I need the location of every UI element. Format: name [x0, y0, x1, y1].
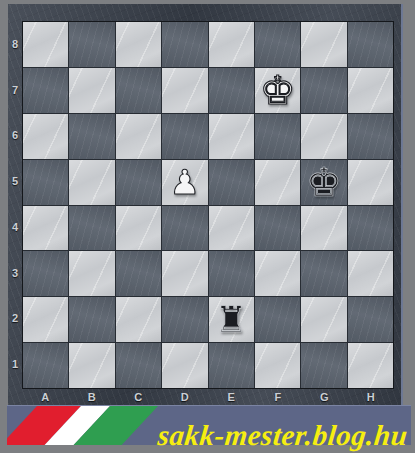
file-label-h: H	[348, 388, 395, 405]
square-d4	[162, 206, 207, 251]
file-label-g: G	[301, 388, 348, 405]
square-d8	[162, 22, 207, 67]
square-c5	[116, 160, 161, 205]
square-e3	[209, 251, 254, 296]
square-g3	[301, 251, 346, 296]
site-watermark: sakk-mester.blog.hu	[157, 419, 410, 452]
square-e1	[209, 343, 254, 388]
square-f2	[255, 297, 300, 342]
square-h7	[348, 68, 393, 113]
footer-banner: sakk-mester.blog.hu	[7, 405, 411, 445]
white-pawn-d5: ♟	[170, 165, 200, 199]
black-rook-e2: ♜	[215, 302, 247, 338]
file-label-f: F	[255, 388, 302, 405]
square-h5	[348, 160, 393, 205]
square-f4	[255, 206, 300, 251]
square-b1	[69, 343, 114, 388]
square-b5	[69, 160, 114, 205]
square-b7	[69, 68, 114, 113]
square-b3	[69, 251, 114, 296]
square-a3	[23, 251, 68, 296]
square-e2: ♜	[209, 297, 254, 342]
file-label-a: A	[22, 388, 69, 405]
rank-label-6: 6	[8, 113, 22, 159]
square-h6	[348, 114, 393, 159]
square-d5: ♟	[162, 160, 207, 205]
square-b4	[69, 206, 114, 251]
square-b6	[69, 114, 114, 159]
file-label-c: C	[115, 388, 162, 405]
square-f6	[255, 114, 300, 159]
rank-label-8: 8	[8, 21, 22, 67]
square-h2	[348, 297, 393, 342]
square-g8	[301, 22, 346, 67]
rank-label-4: 4	[8, 204, 22, 250]
square-g5: ♚	[301, 160, 346, 205]
square-e7	[209, 68, 254, 113]
file-label-e: E	[208, 388, 255, 405]
square-f1	[255, 343, 300, 388]
file-labels: ABCDEFGH	[22, 388, 394, 405]
square-a8	[23, 22, 68, 67]
rank-label-7: 7	[8, 67, 22, 113]
square-c8	[116, 22, 161, 67]
file-label-b: B	[69, 388, 116, 405]
rank-label-5: 5	[8, 158, 22, 204]
square-c4	[116, 206, 161, 251]
square-c2	[116, 297, 161, 342]
square-d1	[162, 343, 207, 388]
square-f7: ♚	[255, 68, 300, 113]
white-king-f7: ♚	[260, 70, 296, 110]
square-g2	[301, 297, 346, 342]
square-c6	[116, 114, 161, 159]
flag-stripes	[7, 406, 158, 445]
square-g7	[301, 68, 346, 113]
square-g1	[301, 343, 346, 388]
square-a5	[23, 160, 68, 205]
rank-label-1: 1	[8, 341, 22, 387]
square-h8	[348, 22, 393, 67]
square-h3	[348, 251, 393, 296]
square-a4	[23, 206, 68, 251]
square-a2	[23, 297, 68, 342]
square-e4	[209, 206, 254, 251]
square-c7	[116, 68, 161, 113]
square-f8	[255, 22, 300, 67]
rank-label-2: 2	[8, 296, 22, 342]
square-e5	[209, 160, 254, 205]
square-a6	[23, 114, 68, 159]
square-b2	[69, 297, 114, 342]
square-a7	[23, 68, 68, 113]
chess-board: ♚♟♚♜	[22, 21, 394, 389]
square-g6	[301, 114, 346, 159]
square-e8	[209, 22, 254, 67]
square-f3	[255, 251, 300, 296]
square-h1	[348, 343, 393, 388]
square-f5	[255, 160, 300, 205]
chess-diagram-page: { "game": "chess", "position": { "fen": …	[0, 0, 415, 453]
square-e6	[209, 114, 254, 159]
square-d3	[162, 251, 207, 296]
rank-label-3: 3	[8, 250, 22, 296]
square-c1	[116, 343, 161, 388]
square-c3	[116, 251, 161, 296]
board-frame: 87654321 ♚♟♚♜ ABCDEFGH	[8, 4, 403, 405]
square-d7	[162, 68, 207, 113]
square-h4	[348, 206, 393, 251]
square-a1	[23, 343, 68, 388]
square-b8	[69, 22, 114, 67]
square-d6	[162, 114, 207, 159]
square-d2	[162, 297, 207, 342]
file-label-d: D	[162, 388, 209, 405]
black-king-g5: ♚	[306, 162, 342, 202]
rank-labels: 87654321	[8, 21, 22, 387]
square-g4	[301, 206, 346, 251]
